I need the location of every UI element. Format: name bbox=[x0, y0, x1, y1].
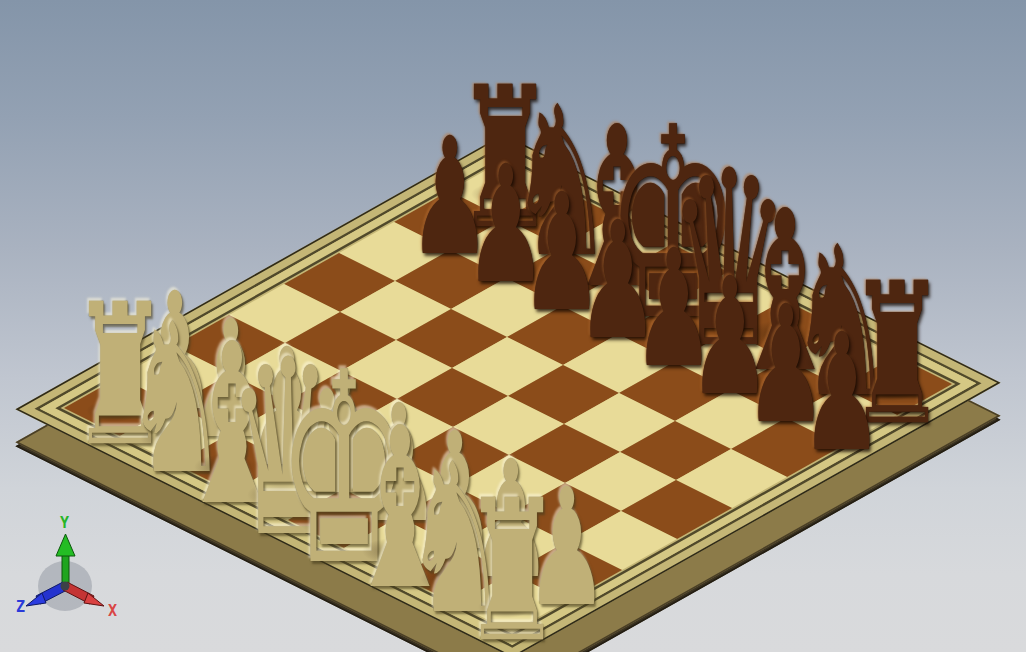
triad-origin bbox=[61, 582, 70, 591]
y-axis-label: Y bbox=[60, 514, 69, 532]
x-axis-label: X bbox=[108, 602, 117, 620]
orientation-triad: Y Z X bbox=[8, 512, 138, 632]
y-axis-arrowhead bbox=[56, 534, 75, 556]
z-axis-arrowhead bbox=[26, 593, 46, 606]
dark-pawn-h7[interactable]: ♟ bbox=[800, 312, 882, 474]
z-axis-label: Z bbox=[16, 598, 25, 616]
cad-viewport[interactable]: ♜♞♝♛♚♝♞♜♟♟♟♟♟♟♟♟♟♟♟♟♟♟♟♟♜♞♝♚♛♝♞♜ Y Z X bbox=[0, 0, 1026, 652]
x-axis-arrowhead bbox=[84, 593, 104, 606]
y-axis-arrow bbox=[62, 552, 69, 586]
light-rook-h1[interactable]: ♜ bbox=[462, 474, 561, 652]
